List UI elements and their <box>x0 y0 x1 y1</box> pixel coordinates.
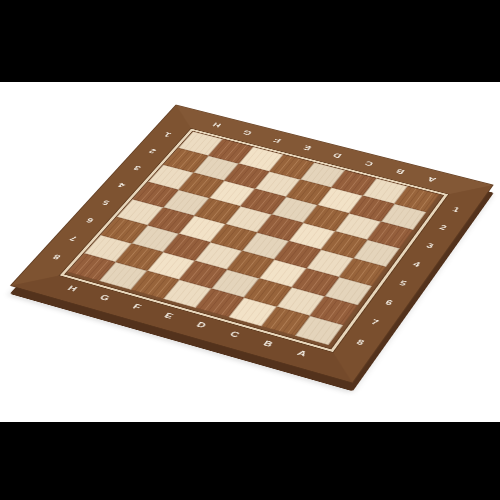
chess-board: HGFEDCBA HGFEDCBA 12345678 12345678 <box>10 104 494 383</box>
letterbox-top <box>0 0 500 82</box>
product-photo: HGFEDCBA HGFEDCBA 12345678 12345678 <box>0 0 500 500</box>
letterbox-bottom <box>0 422 500 500</box>
